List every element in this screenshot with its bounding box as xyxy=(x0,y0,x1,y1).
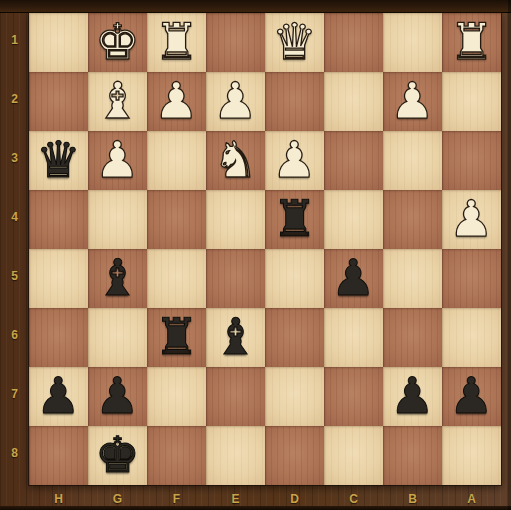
square-c3[interactable] xyxy=(324,131,383,190)
square-h6[interactable] xyxy=(29,308,88,367)
piece-white-king-g1[interactable]: ♚ xyxy=(95,13,140,72)
piece-black-bishop-g5[interactable]: ♝ xyxy=(95,249,140,308)
square-d1[interactable]: ♛ xyxy=(265,13,324,72)
piece-black-pawn-a7[interactable]: ♟ xyxy=(449,367,494,426)
piece-white-pawn-e2[interactable]: ♟ xyxy=(213,72,258,131)
square-a3[interactable] xyxy=(442,131,501,190)
square-d8[interactable] xyxy=(265,426,324,485)
square-b1[interactable] xyxy=(383,13,442,72)
rank-label-3: 3 xyxy=(0,131,29,190)
square-h5[interactable] xyxy=(29,249,88,308)
rank-label-8: 8 xyxy=(0,426,29,485)
chess-board-window: ♚♜♛♜♝♟♟♟♛♟♞♟♜♟♝♟♜♝♟♟♟♟♚ 12345678 HGFEDCB… xyxy=(0,0,511,510)
square-a8[interactable] xyxy=(442,426,501,485)
square-e1[interactable] xyxy=(206,13,265,72)
square-g2[interactable]: ♝ xyxy=(88,72,147,131)
square-g7[interactable]: ♟ xyxy=(88,367,147,426)
square-f6[interactable]: ♜ xyxy=(147,308,206,367)
square-h8[interactable] xyxy=(29,426,88,485)
square-h2[interactable] xyxy=(29,72,88,131)
piece-white-pawn-b2[interactable]: ♟ xyxy=(390,72,435,131)
piece-white-pawn-g3[interactable]: ♟ xyxy=(95,131,140,190)
rank-label-6: 6 xyxy=(0,308,29,367)
piece-black-pawn-c5[interactable]: ♟ xyxy=(331,249,376,308)
piece-white-knight-e3[interactable]: ♞ xyxy=(213,131,258,190)
square-c5[interactable]: ♟ xyxy=(324,249,383,308)
square-a6[interactable] xyxy=(442,308,501,367)
square-a7[interactable]: ♟ xyxy=(442,367,501,426)
square-e2[interactable]: ♟ xyxy=(206,72,265,131)
square-e6[interactable]: ♝ xyxy=(206,308,265,367)
piece-white-rook-f1[interactable]: ♜ xyxy=(154,13,199,72)
file-label-h: H xyxy=(29,489,88,509)
square-h4[interactable] xyxy=(29,190,88,249)
file-label-g: G xyxy=(88,489,147,509)
frame-top-edge xyxy=(0,0,511,13)
square-f4[interactable] xyxy=(147,190,206,249)
square-c4[interactable] xyxy=(324,190,383,249)
square-g5[interactable]: ♝ xyxy=(88,249,147,308)
file-label-a: A xyxy=(442,489,501,509)
piece-black-rook-f6[interactable]: ♜ xyxy=(154,308,199,367)
file-label-e: E xyxy=(206,489,265,509)
square-b3[interactable] xyxy=(383,131,442,190)
rank-label-4: 4 xyxy=(0,190,29,249)
piece-white-rook-a1[interactable]: ♜ xyxy=(449,13,494,72)
square-h7[interactable]: ♟ xyxy=(29,367,88,426)
piece-black-bishop-e6[interactable]: ♝ xyxy=(213,308,258,367)
chess-board: ♚♜♛♜♝♟♟♟♛♟♞♟♜♟♝♟♜♝♟♟♟♟♚ xyxy=(29,13,501,485)
square-g4[interactable] xyxy=(88,190,147,249)
square-g8[interactable]: ♚ xyxy=(88,426,147,485)
square-g6[interactable] xyxy=(88,308,147,367)
rank-label-2: 2 xyxy=(0,72,29,131)
square-a4[interactable]: ♟ xyxy=(442,190,501,249)
piece-white-pawn-a4[interactable]: ♟ xyxy=(449,190,494,249)
piece-black-rook-d4[interactable]: ♜ xyxy=(272,190,317,249)
square-d6[interactable] xyxy=(265,308,324,367)
square-d4[interactable]: ♜ xyxy=(265,190,324,249)
piece-white-pawn-d3[interactable]: ♟ xyxy=(272,131,317,190)
square-b7[interactable]: ♟ xyxy=(383,367,442,426)
square-d2[interactable] xyxy=(265,72,324,131)
piece-black-queen-h3[interactable]: ♛ xyxy=(36,131,81,190)
square-d5[interactable] xyxy=(265,249,324,308)
square-f3[interactable] xyxy=(147,131,206,190)
square-g1[interactable]: ♚ xyxy=(88,13,147,72)
square-d3[interactable]: ♟ xyxy=(265,131,324,190)
square-b6[interactable] xyxy=(383,308,442,367)
piece-black-pawn-g7[interactable]: ♟ xyxy=(95,367,140,426)
piece-white-queen-d1[interactable]: ♛ xyxy=(272,13,317,72)
square-f8[interactable] xyxy=(147,426,206,485)
piece-white-pawn-f2[interactable]: ♟ xyxy=(154,72,199,131)
square-b5[interactable] xyxy=(383,249,442,308)
square-c6[interactable] xyxy=(324,308,383,367)
rank-label-7: 7 xyxy=(0,367,29,426)
square-f7[interactable] xyxy=(147,367,206,426)
square-a5[interactable] xyxy=(442,249,501,308)
square-c2[interactable] xyxy=(324,72,383,131)
piece-black-pawn-h7[interactable]: ♟ xyxy=(36,367,81,426)
piece-black-king-g8[interactable]: ♚ xyxy=(95,426,140,485)
piece-black-pawn-b7[interactable]: ♟ xyxy=(390,367,435,426)
square-e3[interactable]: ♞ xyxy=(206,131,265,190)
square-b4[interactable] xyxy=(383,190,442,249)
file-label-b: B xyxy=(383,489,442,509)
square-f5[interactable] xyxy=(147,249,206,308)
square-c1[interactable] xyxy=(324,13,383,72)
square-c7[interactable] xyxy=(324,367,383,426)
square-e4[interactable] xyxy=(206,190,265,249)
square-h3[interactable]: ♛ xyxy=(29,131,88,190)
square-f1[interactable]: ♜ xyxy=(147,13,206,72)
rank-label-5: 5 xyxy=(0,249,29,308)
rank-label-1: 1 xyxy=(0,13,29,72)
square-e5[interactable] xyxy=(206,249,265,308)
square-h1[interactable] xyxy=(29,13,88,72)
file-label-c: C xyxy=(324,489,383,509)
piece-white-bishop-g2[interactable]: ♝ xyxy=(95,72,140,131)
square-e7[interactable] xyxy=(206,367,265,426)
square-a2[interactable] xyxy=(442,72,501,131)
square-a1[interactable]: ♜ xyxy=(442,13,501,72)
square-c8[interactable] xyxy=(324,426,383,485)
square-g3[interactable]: ♟ xyxy=(88,131,147,190)
square-f2[interactable]: ♟ xyxy=(147,72,206,131)
square-d7[interactable] xyxy=(265,367,324,426)
square-e8[interactable] xyxy=(206,426,265,485)
square-b2[interactable]: ♟ xyxy=(383,72,442,131)
file-label-d: D xyxy=(265,489,324,509)
square-b8[interactable] xyxy=(383,426,442,485)
file-label-f: F xyxy=(147,489,206,509)
